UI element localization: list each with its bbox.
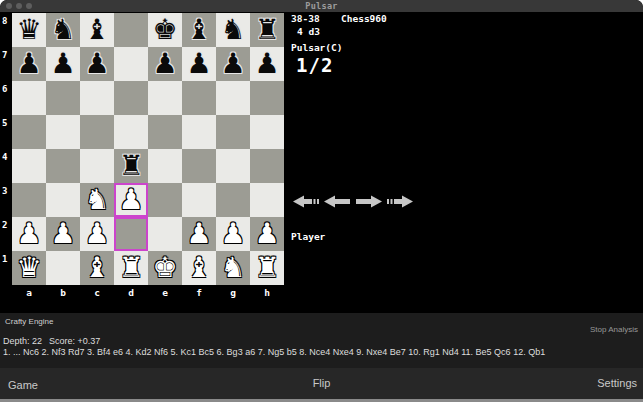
square-e4[interactable]	[148, 149, 182, 183]
square-a5[interactable]	[12, 115, 46, 149]
rank-label-6: 6	[2, 84, 11, 96]
black-king: ♚	[148, 13, 182, 47]
file-label-d: d	[114, 286, 148, 300]
info-panel: 38-38 Chess960 4 d3 Pulsar(C) 1/2	[287, 12, 643, 313]
square-b7[interactable]: ♟	[46, 47, 80, 81]
black-pawn: ♟	[216, 47, 250, 81]
title-bar: Pulsar	[0, 0, 643, 12]
square-e1[interactable]: ♚	[148, 251, 182, 285]
square-h7[interactable]: ♟	[250, 47, 284, 81]
square-c1[interactable]: ♝	[80, 251, 114, 285]
file-label-h: h	[250, 286, 284, 300]
square-d1[interactable]: ♜	[114, 251, 148, 285]
step-forward-icon[interactable]	[355, 195, 382, 208]
white-queen: ♛	[12, 251, 46, 285]
white-rook: ♜	[250, 251, 284, 285]
go-to-end-icon[interactable]	[386, 195, 413, 208]
square-h2[interactable]: ♟	[250, 217, 284, 251]
pulsar-window: Pulsar 87654321 ♛♞♝♚♝♞♜♟♟♟♟♟♟♟♜♞♟♟♟♟♟♟♟♛…	[0, 0, 643, 402]
square-h8[interactable]: ♜	[250, 13, 284, 47]
engine-player-name: Pulsar(C)	[291, 42, 342, 53]
variant-label: Chess960	[341, 13, 387, 24]
square-f2[interactable]: ♟	[182, 217, 216, 251]
square-a8[interactable]: ♛	[12, 13, 46, 47]
white-king: ♚	[148, 251, 182, 285]
square-h6[interactable]	[250, 81, 284, 115]
square-f7[interactable]: ♟	[182, 47, 216, 81]
black-pawn: ♟	[80, 47, 114, 81]
square-h3[interactable]	[250, 183, 284, 217]
file-labels: abcdefgh	[12, 286, 284, 300]
black-queen: ♛	[12, 13, 46, 47]
square-g4[interactable]	[216, 149, 250, 183]
square-b4[interactable]	[46, 149, 80, 183]
rank-label-8: 8	[2, 16, 11, 28]
square-a6[interactable]	[12, 81, 46, 115]
square-c7[interactable]: ♟	[80, 47, 114, 81]
go-to-start-icon[interactable]	[293, 195, 320, 208]
file-label-a: a	[12, 286, 46, 300]
square-h4[interactable]	[250, 149, 284, 183]
square-c5[interactable]	[80, 115, 114, 149]
square-c2[interactable]: ♟	[80, 217, 114, 251]
black-bishop: ♝	[182, 13, 216, 47]
rank-label-4: 4	[2, 152, 11, 164]
human-player-name: Player	[291, 231, 325, 242]
rank-label-2: 2	[2, 220, 11, 232]
setup-id: 38-38	[291, 13, 320, 24]
white-pawn: ♟	[46, 217, 80, 251]
white-pawn: ♟	[250, 217, 284, 251]
black-pawn: ♟	[182, 47, 216, 81]
white-bishop: ♝	[80, 251, 114, 285]
settings-button[interactable]: Settings	[597, 377, 637, 389]
square-e6[interactable]	[148, 81, 182, 115]
square-h1[interactable]: ♜	[250, 251, 284, 285]
square-f6[interactable]	[182, 81, 216, 115]
white-pawn: ♟	[12, 217, 46, 251]
square-g8[interactable]: ♞	[216, 13, 250, 47]
square-a3[interactable]	[12, 183, 46, 217]
main-area: 87654321 ♛♞♝♚♝♞♜♟♟♟♟♟♟♟♜♞♟♟♟♟♟♟♟♛♝♜♚♝♞♜ …	[0, 12, 643, 313]
square-a7[interactable]: ♟	[12, 47, 46, 81]
stop-analysis-button[interactable]: Stop Analysis	[590, 325, 638, 334]
white-knight: ♞	[216, 251, 250, 285]
chess-board: ♛♞♝♚♝♞♜♟♟♟♟♟♟♟♜♞♟♟♟♟♟♟♟♛♝♜♚♝♞♜	[12, 13, 284, 285]
black-knight: ♞	[46, 13, 80, 47]
white-pawn: ♟	[182, 217, 216, 251]
file-label-f: f	[182, 286, 216, 300]
black-rook: ♜	[114, 149, 148, 183]
square-f1[interactable]: ♝	[182, 251, 216, 285]
file-label-c: c	[80, 286, 114, 300]
square-g5[interactable]	[216, 115, 250, 149]
square-f5[interactable]	[182, 115, 216, 149]
square-c3[interactable]: ♞	[80, 183, 114, 217]
rank-label-3: 3	[2, 186, 11, 198]
square-e8[interactable]: ♚	[148, 13, 182, 47]
black-pawn: ♟	[12, 47, 46, 81]
black-knight: ♞	[216, 13, 250, 47]
square-b1[interactable]	[46, 251, 80, 285]
move-navigation	[293, 195, 413, 208]
black-bishop: ♝	[80, 13, 114, 47]
square-a2[interactable]: ♟	[12, 217, 46, 251]
white-rook: ♜	[114, 251, 148, 285]
square-e3[interactable]	[148, 183, 182, 217]
black-pawn: ♟	[148, 47, 182, 81]
file-label-g: g	[216, 286, 250, 300]
analysis-depth: Depth: 22	[3, 336, 42, 346]
white-pawn: ♟	[80, 217, 114, 251]
square-c4[interactable]	[80, 149, 114, 183]
square-g6[interactable]	[216, 81, 250, 115]
rank-label-7: 7	[2, 50, 11, 62]
square-g3[interactable]	[216, 183, 250, 217]
square-g1[interactable]: ♞	[216, 251, 250, 285]
square-g2[interactable]: ♟	[216, 217, 250, 251]
square-a4[interactable]	[12, 149, 46, 183]
file-label-b: b	[46, 286, 80, 300]
rank-label-1: 1	[2, 254, 11, 266]
square-f8[interactable]: ♝	[182, 13, 216, 47]
square-d6[interactable]	[114, 81, 148, 115]
white-pawn: ♟	[216, 217, 250, 251]
window-title: Pulsar	[0, 1, 643, 11]
square-f3[interactable]	[182, 183, 216, 217]
square-e5[interactable]	[148, 115, 182, 149]
flip-board-button[interactable]: Flip	[0, 377, 643, 389]
square-d8[interactable]	[114, 13, 148, 47]
square-b6[interactable]	[46, 81, 80, 115]
square-b2[interactable]: ♟	[46, 217, 80, 251]
rank-labels: 87654321	[0, 13, 11, 285]
analysis-move-line: 1. ... Nc6 2. Nf3 Rd7 3. Bf4 e6 4. Kd2 N…	[3, 347, 639, 357]
square-d3[interactable]: ♟	[114, 183, 148, 217]
analysis-engine-name: Crafty Engine	[5, 317, 53, 326]
last-move-text: 4 d3	[297, 26, 320, 37]
black-pawn: ♟	[250, 47, 284, 81]
square-c8[interactable]: ♝	[80, 13, 114, 47]
analysis-score: Score: +0.37	[49, 336, 100, 346]
engine-analysis-panel: Crafty Engine Stop Analysis Depth: 22 Sc…	[0, 313, 643, 368]
white-knight: ♞	[80, 183, 114, 217]
square-d5[interactable]	[114, 115, 148, 149]
game-result: 1/2	[296, 54, 333, 76]
white-bishop: ♝	[182, 251, 216, 285]
file-label-e: e	[148, 286, 182, 300]
square-e7[interactable]: ♟	[148, 47, 182, 81]
square-f4[interactable]	[182, 149, 216, 183]
square-d2[interactable]	[114, 217, 148, 251]
square-d4[interactable]: ♜	[114, 149, 148, 183]
square-b8[interactable]: ♞	[46, 13, 80, 47]
square-d7[interactable]	[114, 47, 148, 81]
square-b5[interactable]	[46, 115, 80, 149]
black-rook: ♜	[250, 13, 284, 47]
white-pawn: ♟	[114, 183, 148, 217]
square-b3[interactable]	[46, 183, 80, 217]
step-back-icon[interactable]	[324, 195, 351, 208]
rank-label-5: 5	[2, 118, 11, 130]
square-c6[interactable]	[80, 81, 114, 115]
square-e2[interactable]	[148, 217, 182, 251]
square-h5[interactable]	[250, 115, 284, 149]
square-g7[interactable]: ♟	[216, 47, 250, 81]
black-pawn: ♟	[46, 47, 80, 81]
square-a1[interactable]: ♛	[12, 251, 46, 285]
bottom-toolbar: Game Flip Settings	[0, 368, 643, 399]
